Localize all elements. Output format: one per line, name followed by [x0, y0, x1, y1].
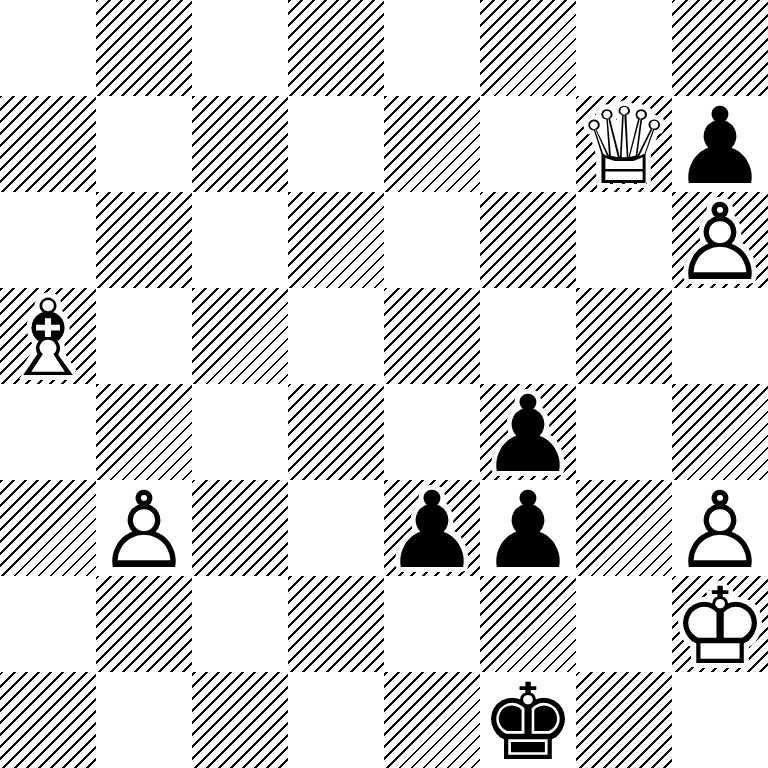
square-g4[interactable]: [576, 384, 672, 480]
square-c1[interactable]: [192, 672, 288, 768]
square-a4[interactable]: [0, 384, 96, 480]
square-f2[interactable]: [480, 576, 576, 672]
square-f4[interactable]: ♟: [480, 384, 576, 480]
square-b3[interactable]: ♟♙: [96, 480, 192, 576]
square-h8[interactable]: [672, 0, 768, 96]
square-h5[interactable]: [672, 288, 768, 384]
square-f7[interactable]: [480, 96, 576, 192]
black-pawn-glyph: ♟: [384, 483, 479, 579]
white-queen-glyph: ♕: [576, 99, 671, 195]
square-a8[interactable]: [0, 0, 96, 96]
piece-white-queen[interactable]: ♛♕: [576, 96, 672, 192]
square-b4[interactable]: [96, 384, 192, 480]
piece-white-pawn[interactable]: ♟♙: [672, 192, 768, 288]
square-b1[interactable]: [96, 672, 192, 768]
square-c6[interactable]: [192, 192, 288, 288]
square-d5[interactable]: [288, 288, 384, 384]
square-f1[interactable]: ♚: [480, 672, 576, 768]
square-h4[interactable]: [672, 384, 768, 480]
square-g7[interactable]: ♛♕: [576, 96, 672, 192]
white-bishop-glyph: ♗: [0, 291, 95, 387]
square-a7[interactable]: [0, 96, 96, 192]
piece-black-king[interactable]: ♚: [480, 672, 576, 768]
square-a2[interactable]: [0, 576, 96, 672]
square-g2[interactable]: [576, 576, 672, 672]
square-g1[interactable]: [576, 672, 672, 768]
square-h7[interactable]: ♟: [672, 96, 768, 192]
square-f6[interactable]: [480, 192, 576, 288]
white-king-glyph: ♔: [672, 579, 767, 675]
white-pawn-glyph: ♙: [96, 483, 191, 579]
square-b2[interactable]: [96, 576, 192, 672]
square-h2[interactable]: ♚♔: [672, 576, 768, 672]
square-d2[interactable]: [288, 576, 384, 672]
white-pawn-glyph: ♙: [672, 195, 767, 291]
square-a1[interactable]: [0, 672, 96, 768]
piece-white-king[interactable]: ♚♔: [672, 576, 768, 672]
square-h6[interactable]: ♟♙: [672, 192, 768, 288]
square-d8[interactable]: [288, 0, 384, 96]
square-c5[interactable]: [192, 288, 288, 384]
square-e1[interactable]: [384, 672, 480, 768]
square-h3[interactable]: ♟♙: [672, 480, 768, 576]
piece-white-pawn[interactable]: ♟♙: [672, 480, 768, 576]
square-c2[interactable]: [192, 576, 288, 672]
chess-board: ♛♕♟♟♙♝♗♟♟♙♟♟♟♙♚♔♚: [0, 0, 768, 768]
square-f5[interactable]: [480, 288, 576, 384]
square-g5[interactable]: [576, 288, 672, 384]
square-e5[interactable]: [384, 288, 480, 384]
square-d7[interactable]: [288, 96, 384, 192]
piece-black-pawn[interactable]: ♟: [384, 480, 480, 576]
square-e4[interactable]: [384, 384, 480, 480]
square-e7[interactable]: [384, 96, 480, 192]
square-e6[interactable]: [384, 192, 480, 288]
piece-black-pawn[interactable]: ♟: [480, 384, 576, 480]
piece-white-bishop[interactable]: ♝♗: [0, 288, 96, 384]
square-f3[interactable]: ♟: [480, 480, 576, 576]
black-pawn-glyph: ♟: [480, 483, 575, 579]
square-b7[interactable]: [96, 96, 192, 192]
square-e3[interactable]: ♟: [384, 480, 480, 576]
square-a3[interactable]: [0, 480, 96, 576]
square-b8[interactable]: [96, 0, 192, 96]
piece-black-pawn[interactable]: ♟: [672, 96, 768, 192]
square-b6[interactable]: [96, 192, 192, 288]
square-c3[interactable]: [192, 480, 288, 576]
square-g6[interactable]: [576, 192, 672, 288]
square-d3[interactable]: [288, 480, 384, 576]
square-e2[interactable]: [384, 576, 480, 672]
square-c7[interactable]: [192, 96, 288, 192]
piece-white-pawn[interactable]: ♟♙: [96, 480, 192, 576]
square-g8[interactable]: [576, 0, 672, 96]
square-d1[interactable]: [288, 672, 384, 768]
square-a5[interactable]: ♝♗: [0, 288, 96, 384]
square-b5[interactable]: [96, 288, 192, 384]
square-e8[interactable]: [384, 0, 480, 96]
square-c4[interactable]: [192, 384, 288, 480]
square-a6[interactable]: [0, 192, 96, 288]
square-d4[interactable]: [288, 384, 384, 480]
piece-black-pawn[interactable]: ♟: [480, 480, 576, 576]
black-king-glyph: ♚: [480, 675, 575, 768]
square-d6[interactable]: [288, 192, 384, 288]
square-g3[interactable]: [576, 480, 672, 576]
square-c8[interactable]: [192, 0, 288, 96]
square-f8[interactable]: [480, 0, 576, 96]
square-h1[interactable]: [672, 672, 768, 768]
